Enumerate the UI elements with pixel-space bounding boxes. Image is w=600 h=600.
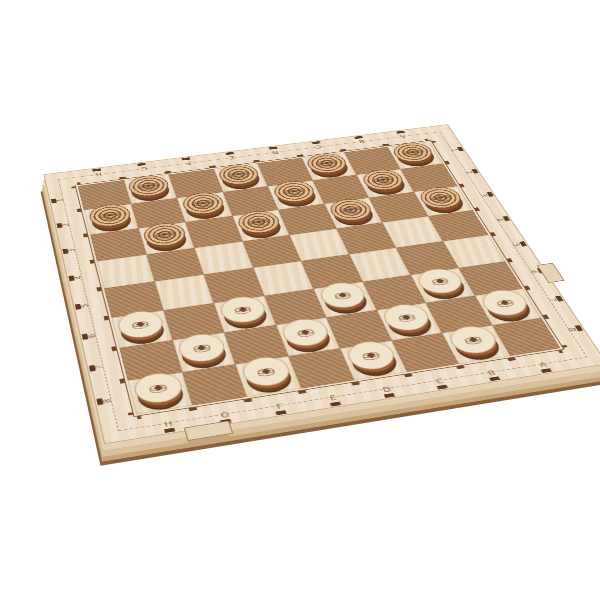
square-H8[interactable]: ⛀ (128, 372, 192, 414)
dark-man-glyph: ⛂ (400, 145, 426, 159)
light-man-glyph: ⛀ (493, 295, 517, 309)
product-photo-stage: HGFEDCBA HGFEDCBA 12345678 12345678 ⛂⛂⛂⛂… (0, 0, 600, 600)
dark-man-A1[interactable]: ⛂ (389, 141, 436, 164)
rank-labels-right-3: 3 (479, 193, 489, 197)
dark-man-glyph: ⛂ (246, 214, 272, 230)
light-man-glyph: ⛀ (254, 364, 277, 380)
rank-labels-right-5: 5 (511, 243, 521, 247)
dark-man-glyph: ⛂ (370, 173, 396, 188)
file-labels-top-D: D (271, 149, 279, 154)
light-man-glyph: ⛀ (191, 340, 213, 355)
file-labels-bottom-A: A (538, 362, 548, 369)
file-labels-top-H: H (95, 171, 102, 176)
light-man-glyph: ⛀ (130, 317, 151, 332)
rank-labels-left-8: 8 (103, 398, 114, 404)
rank-labels-left-6: 6 (88, 333, 98, 338)
rank-labels-left-2: 2 (62, 223, 71, 227)
rank-labels-right-8: 8 (566, 327, 577, 332)
rank-labels-left-4: 4 (74, 275, 84, 279)
rank-labels-left-1: 1 (56, 198, 65, 202)
light-man-glyph: ⛀ (332, 288, 354, 302)
rank-labels-right-2: 2 (464, 170, 474, 174)
rank-labels-right-4: 4 (495, 218, 505, 222)
dark-man-glyph: ⛂ (190, 196, 215, 211)
dark-man-glyph: ⛂ (338, 202, 365, 217)
light-man-glyph: ⛀ (429, 274, 452, 288)
rank-labels-right-7: 7 (547, 298, 558, 303)
rank-labels-right-6: 6 (528, 270, 539, 274)
light-man-glyph: ⛀ (294, 325, 317, 340)
dark-man-C1[interactable]: ⛂ (304, 151, 351, 175)
dark-man-glyph: ⛂ (314, 156, 339, 170)
file-labels-top-B: B (357, 139, 364, 144)
light-man-glyph: ⛀ (359, 348, 383, 364)
dark-man-glyph: ⛂ (98, 208, 122, 224)
file-labels-top-E: E (228, 155, 235, 160)
dark-man-glyph: ⛂ (227, 167, 252, 181)
file-labels-bottom-H: H (164, 420, 174, 428)
file-labels-top-F: F (185, 160, 191, 165)
file-labels-top-C: C (315, 144, 322, 149)
dark-man-glyph: ⛂ (427, 190, 454, 205)
file-labels-bottom-B: B (487, 370, 497, 377)
dark-man-glyph: ⛂ (152, 226, 177, 242)
dark-man-G1[interactable]: ⛂ (126, 173, 171, 198)
light-man-glyph: ⛀ (232, 303, 254, 317)
light-man-glyph: ⛀ (461, 332, 485, 347)
file-labels-bottom-E: E (329, 395, 338, 402)
file-labels-bottom-G: G (220, 411, 230, 419)
rank-labels-left-5: 5 (81, 304, 91, 309)
file-labels-top-G: G (140, 166, 148, 171)
checkers-board: HGFEDCBA HGFEDCBA 12345678 12345678 ⛂⛂⛂⛂… (43, 124, 600, 444)
file-labels-top-A: A (399, 133, 407, 137)
dark-man-glyph: ⛂ (137, 178, 161, 193)
file-labels-bottom-C: C (435, 378, 445, 385)
rank-labels-left-3: 3 (68, 248, 78, 252)
file-labels-bottom-F: F (276, 403, 284, 410)
dark-man-E1[interactable]: ⛂ (216, 162, 262, 186)
rank-labels-left-7: 7 (95, 365, 106, 370)
dark-man-glyph: ⛂ (281, 184, 307, 199)
rank-labels-right-1: 1 (449, 148, 458, 151)
light-man-glyph: ⛀ (395, 310, 418, 325)
light-man-glyph: ⛀ (147, 380, 169, 396)
file-labels-bottom-D: D (382, 386, 392, 393)
